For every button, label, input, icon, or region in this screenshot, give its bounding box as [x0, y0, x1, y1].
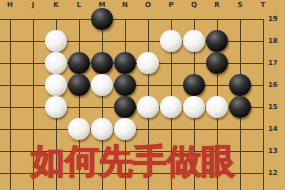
- column-label-P: P: [164, 1, 178, 10]
- row-label-16: 16: [268, 81, 284, 90]
- white-stone-M14[interactable]: [91, 118, 113, 140]
- black-stone-Q16[interactable]: [183, 74, 205, 96]
- black-stone-N15[interactable]: [114, 96, 136, 118]
- black-stone-N17[interactable]: [114, 52, 136, 74]
- black-stone-L17[interactable]: [68, 52, 90, 74]
- row-label-19: 19: [268, 15, 284, 24]
- column-label-O: O: [141, 1, 155, 10]
- white-stone-K17[interactable]: [45, 52, 67, 74]
- black-stone-R17[interactable]: [206, 52, 228, 74]
- black-stone-S15[interactable]: [229, 96, 251, 118]
- black-stone-M19[interactable]: [91, 8, 113, 30]
- white-stone-P15[interactable]: [160, 96, 182, 118]
- black-stone-S16[interactable]: [229, 74, 251, 96]
- column-label-K: K: [49, 1, 63, 10]
- black-stone-N16[interactable]: [114, 74, 136, 96]
- white-stone-Q18[interactable]: [183, 30, 205, 52]
- white-stone-L14[interactable]: [68, 118, 90, 140]
- white-stone-M16[interactable]: [91, 74, 113, 96]
- white-stone-K18[interactable]: [45, 30, 67, 52]
- black-stone-M17[interactable]: [91, 52, 113, 74]
- grid-line-col-T: [263, 19, 264, 190]
- white-stone-K16[interactable]: [45, 74, 67, 96]
- row-label-13: 13: [268, 147, 284, 156]
- row-label-14: 14: [268, 125, 284, 134]
- grid-line-row-19: [0, 19, 264, 20]
- black-stone-R18[interactable]: [206, 30, 228, 52]
- row-label-17: 17: [268, 59, 284, 68]
- grid-line-col-H: [10, 19, 11, 190]
- white-stone-Q15[interactable]: [183, 96, 205, 118]
- column-label-R: R: [210, 1, 224, 10]
- white-stone-K15[interactable]: [45, 96, 67, 118]
- white-stone-P18[interactable]: [160, 30, 182, 52]
- column-label-T: T: [256, 1, 270, 10]
- go-board[interactable]: HJKLMNOPQRST1918171615141312 如何先手做眼: [0, 0, 285, 190]
- row-label-12: 12: [268, 169, 284, 178]
- black-stone-L16[interactable]: [68, 74, 90, 96]
- column-label-N: N: [118, 1, 132, 10]
- white-stone-O15[interactable]: [137, 96, 159, 118]
- row-label-18: 18: [268, 37, 284, 46]
- column-label-S: S: [233, 1, 247, 10]
- column-label-H: H: [3, 1, 17, 10]
- column-label-Q: Q: [187, 1, 201, 10]
- white-stone-O17[interactable]: [137, 52, 159, 74]
- caption-text: 如何先手做眼: [31, 143, 235, 179]
- white-stone-N14[interactable]: [114, 118, 136, 140]
- column-label-L: L: [72, 1, 86, 10]
- row-label-15: 15: [268, 103, 284, 112]
- column-label-J: J: [26, 1, 40, 10]
- white-stone-R15[interactable]: [206, 96, 228, 118]
